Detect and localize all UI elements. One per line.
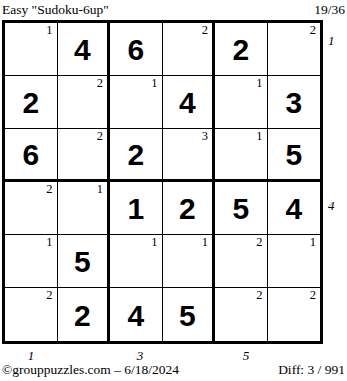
cell-r5c3[interactable]: 1	[110, 235, 163, 288]
corner-mark: 2	[46, 183, 52, 196]
cell-r6c1[interactable]: 2	[5, 288, 58, 341]
header: Easy "Sudoku-6up" 19/36	[2, 1, 345, 18]
cell-value: 5	[232, 194, 249, 224]
cell-value: 6	[22, 140, 39, 170]
corner-mark: 1	[151, 77, 157, 90]
cell-value: 2	[232, 35, 249, 65]
cell-r3c3[interactable]: 2	[110, 129, 163, 182]
corner-mark: 2	[202, 24, 208, 37]
cell-r6c2[interactable]: 2	[58, 288, 111, 341]
cell-value: 5	[285, 140, 302, 170]
corner-mark: 1	[46, 24, 52, 37]
cell-r4c5[interactable]: 5	[215, 182, 268, 235]
cell-value: 2	[179, 194, 196, 224]
board-grid: 146222221413622315211254151121224522	[2, 20, 323, 344]
cell-r2c1[interactable]: 2	[5, 76, 58, 129]
puzzle-page: Easy "Sudoku-6up" 19/36 1462222214136223…	[0, 0, 347, 381]
footer: ©grouppuzzles.com – 6/18/2024 Diff: 3 / …	[2, 362, 345, 378]
progress-counter: 19/36	[314, 1, 345, 18]
cell-r2c3[interactable]: 1	[110, 76, 163, 129]
cell-r3c4[interactable]: 3	[163, 129, 216, 182]
cell-r4c6[interactable]: 4	[268, 182, 321, 235]
cell-value: 4	[127, 301, 144, 331]
cell-r3c2[interactable]: 2	[58, 129, 111, 182]
cell-r1c2[interactable]: 4	[58, 23, 111, 76]
cell-value: 5	[74, 247, 91, 277]
corner-mark: 2	[310, 24, 316, 37]
cell-r3c5[interactable]: 1	[215, 129, 268, 182]
cell-r3c6[interactable]: 5	[268, 129, 321, 182]
corner-mark: 1	[256, 130, 262, 143]
cell-r1c4[interactable]: 2	[163, 23, 216, 76]
cell-r5c2[interactable]: 5	[58, 235, 111, 288]
cell-r4c4[interactable]: 2	[163, 182, 216, 235]
cell-r5c5[interactable]: 2	[215, 235, 268, 288]
cell-r4c1[interactable]: 2	[5, 182, 58, 235]
cell-r5c1[interactable]: 1	[5, 235, 58, 288]
cell-value: 4	[179, 88, 196, 118]
cell-r6c4[interactable]: 5	[163, 288, 216, 341]
cell-r5c4[interactable]: 1	[163, 235, 216, 288]
corner-mark: 2	[256, 289, 262, 302]
cell-r1c1[interactable]: 1	[5, 23, 58, 76]
cell-value: 6	[127, 35, 144, 65]
corner-mark: 1	[202, 236, 208, 249]
puzzle-title: Easy "Sudoku-6up"	[2, 1, 109, 18]
cell-r2c6[interactable]: 3	[268, 76, 321, 129]
cell-value: 2	[74, 301, 91, 331]
corner-mark: 1	[310, 236, 316, 249]
corner-mark: 2	[256, 236, 262, 249]
cell-r2c2[interactable]: 2	[58, 76, 111, 129]
cell-r6c5[interactable]: 2	[215, 288, 268, 341]
cell-r3c1[interactable]: 6	[5, 129, 58, 182]
cell-r1c3[interactable]: 6	[110, 23, 163, 76]
corner-mark: 2	[97, 77, 103, 90]
cell-r1c6[interactable]: 2	[268, 23, 321, 76]
row-label-4: 4	[328, 198, 335, 214]
corner-mark: 1	[97, 183, 103, 196]
cell-r6c3[interactable]: 4	[110, 288, 163, 341]
corner-mark: 2	[46, 289, 52, 302]
cell-value: 5	[179, 301, 196, 331]
cell-r2c5[interactable]: 1	[215, 76, 268, 129]
cell-value: 3	[285, 88, 302, 118]
corner-mark: 2	[97, 130, 103, 143]
board-area: 146222221413622315211254151121224522 1 4…	[2, 20, 323, 344]
cell-value: 4	[74, 35, 91, 65]
cell-value: 1	[127, 194, 144, 224]
cell-value: 2	[22, 88, 39, 118]
cell-r4c2[interactable]: 1	[58, 182, 111, 235]
cell-r2c4[interactable]: 4	[163, 76, 216, 129]
cell-r5c6[interactable]: 1	[268, 235, 321, 288]
cell-value: 4	[285, 194, 302, 224]
cell-r6c6[interactable]: 2	[268, 288, 321, 341]
corner-mark: 3	[202, 130, 208, 143]
cell-r4c3[interactable]: 1	[110, 182, 163, 235]
difficulty-text: Diff: 3 / 991	[278, 362, 345, 378]
corner-mark: 1	[46, 236, 52, 249]
corner-mark: 1	[256, 77, 262, 90]
corner-mark: 1	[151, 236, 157, 249]
corner-mark: 2	[310, 289, 316, 302]
credit-text: ©grouppuzzles.com – 6/18/2024	[2, 362, 179, 378]
cell-r1c5[interactable]: 2	[215, 23, 268, 76]
row-label-1: 1	[328, 33, 335, 49]
cell-value: 2	[127, 140, 144, 170]
